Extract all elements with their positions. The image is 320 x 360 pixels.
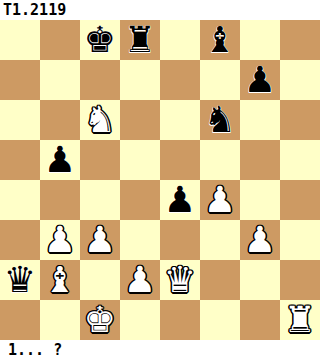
- square-f5[interactable]: [200, 140, 240, 180]
- square-g5[interactable]: [240, 140, 280, 180]
- white-pawn-b3: ♟: [44, 220, 76, 260]
- square-e4[interactable]: ♟: [160, 180, 200, 220]
- chess-board[interactable]: ♚♜♝♟♞♞♟♟♟♟♟♟♛♝♟♛♚♜: [0, 20, 320, 340]
- square-c6[interactable]: ♞: [80, 100, 120, 140]
- square-e1[interactable]: [160, 300, 200, 340]
- square-b2[interactable]: ♝: [40, 260, 80, 300]
- square-a8[interactable]: [0, 20, 40, 60]
- square-e2[interactable]: ♛: [160, 260, 200, 300]
- square-h3[interactable]: [280, 220, 320, 260]
- square-d7[interactable]: [120, 60, 160, 100]
- move-prompt-bar: 1... ?: [0, 340, 320, 360]
- square-g1[interactable]: [240, 300, 280, 340]
- black-rook-d8: ♜: [124, 20, 156, 60]
- puzzle-id: T1.2119: [0, 0, 66, 20]
- black-king-c8: ♚: [84, 20, 116, 60]
- square-c1[interactable]: ♚: [80, 300, 120, 340]
- square-e6[interactable]: [160, 100, 200, 140]
- square-h1[interactable]: ♜: [280, 300, 320, 340]
- square-f3[interactable]: [200, 220, 240, 260]
- black-pawn-e4: ♟: [164, 180, 196, 220]
- square-d1[interactable]: [120, 300, 160, 340]
- square-a5[interactable]: [0, 140, 40, 180]
- square-c7[interactable]: [80, 60, 120, 100]
- square-f8[interactable]: ♝: [200, 20, 240, 60]
- square-e8[interactable]: [160, 20, 200, 60]
- square-d3[interactable]: [120, 220, 160, 260]
- square-b5[interactable]: ♟: [40, 140, 80, 180]
- square-e3[interactable]: [160, 220, 200, 260]
- white-king-c1: ♚: [84, 300, 116, 340]
- white-pawn-c3: ♟: [84, 220, 116, 260]
- square-h8[interactable]: [280, 20, 320, 60]
- square-d4[interactable]: [120, 180, 160, 220]
- square-c3[interactable]: ♟: [80, 220, 120, 260]
- square-g3[interactable]: ♟: [240, 220, 280, 260]
- square-h5[interactable]: [280, 140, 320, 180]
- square-f4[interactable]: ♟: [200, 180, 240, 220]
- square-c4[interactable]: [80, 180, 120, 220]
- square-b8[interactable]: [40, 20, 80, 60]
- white-pawn-g3: ♟: [244, 220, 276, 260]
- square-h7[interactable]: [280, 60, 320, 100]
- square-h4[interactable]: [280, 180, 320, 220]
- white-rook-h1: ♜: [284, 300, 316, 340]
- square-a4[interactable]: [0, 180, 40, 220]
- black-knight-f6: ♞: [204, 100, 236, 140]
- square-d6[interactable]: [120, 100, 160, 140]
- square-a2[interactable]: ♛: [0, 260, 40, 300]
- white-pawn-f4: ♟: [204, 180, 236, 220]
- white-pawn-d2: ♟: [124, 260, 156, 300]
- square-b1[interactable]: [40, 300, 80, 340]
- white-bishop-b2: ♝: [44, 260, 76, 300]
- square-d5[interactable]: [120, 140, 160, 180]
- puzzle-header: T1.2119: [0, 0, 320, 20]
- square-d8[interactable]: ♜: [120, 20, 160, 60]
- square-g8[interactable]: [240, 20, 280, 60]
- square-b6[interactable]: [40, 100, 80, 140]
- square-a7[interactable]: [0, 60, 40, 100]
- square-e7[interactable]: [160, 60, 200, 100]
- square-c5[interactable]: [80, 140, 120, 180]
- square-g7[interactable]: ♟: [240, 60, 280, 100]
- white-knight-c6: ♞: [84, 100, 116, 140]
- black-queen-a2: ♛: [4, 260, 36, 300]
- black-bishop-f8: ♝: [204, 20, 236, 60]
- square-f1[interactable]: [200, 300, 240, 340]
- square-a3[interactable]: [0, 220, 40, 260]
- square-f6[interactable]: ♞: [200, 100, 240, 140]
- square-h6[interactable]: [280, 100, 320, 140]
- square-a6[interactable]: [0, 100, 40, 140]
- square-d2[interactable]: ♟: [120, 260, 160, 300]
- square-a1[interactable]: [0, 300, 40, 340]
- square-c2[interactable]: [80, 260, 120, 300]
- white-queen-e2: ♛: [164, 260, 196, 300]
- square-g6[interactable]: [240, 100, 280, 140]
- square-g4[interactable]: [240, 180, 280, 220]
- square-b4[interactable]: [40, 180, 80, 220]
- square-c8[interactable]: ♚: [80, 20, 120, 60]
- move-prompt: 1... ?: [0, 340, 62, 360]
- square-f2[interactable]: [200, 260, 240, 300]
- black-pawn-g7: ♟: [244, 60, 276, 100]
- square-e5[interactable]: [160, 140, 200, 180]
- black-pawn-b5: ♟: [44, 140, 76, 180]
- square-b7[interactable]: [40, 60, 80, 100]
- square-h2[interactable]: [280, 260, 320, 300]
- square-f7[interactable]: [200, 60, 240, 100]
- square-b3[interactable]: ♟: [40, 220, 80, 260]
- square-g2[interactable]: [240, 260, 280, 300]
